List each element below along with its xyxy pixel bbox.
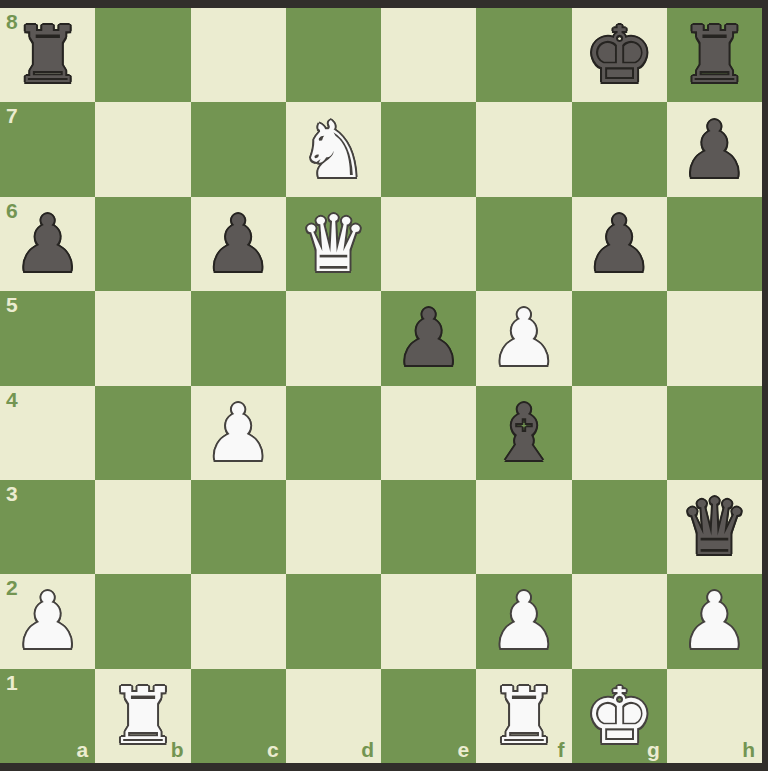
square-f1[interactable]: f♜ [476, 669, 571, 763]
square-d8[interactable] [286, 8, 381, 102]
white-rook[interactable]: ♜ [108, 677, 178, 755]
board-frame: 8♜♚♜7♞♟6♟♟♛♟5♟♟4♟♝3♛2♟♟♟1ab♜cdef♜g♚h [0, 0, 768, 771]
black-bishop[interactable]: ♝ [489, 394, 559, 472]
black-pawn[interactable]: ♟ [584, 205, 654, 283]
square-c8[interactable] [191, 8, 286, 102]
black-rook[interactable]: ♜ [13, 16, 83, 94]
square-g3[interactable] [572, 480, 667, 574]
rank-label-1: 1 [6, 672, 18, 693]
square-c2[interactable] [191, 574, 286, 668]
square-h3[interactable]: ♛ [667, 480, 762, 574]
black-king[interactable]: ♚ [584, 16, 654, 94]
square-e2[interactable] [381, 574, 476, 668]
square-g6[interactable]: ♟ [572, 197, 667, 291]
square-b1[interactable]: b♜ [95, 669, 190, 763]
file-label-c: c [267, 739, 279, 760]
rank-label-4: 4 [6, 389, 18, 410]
black-pawn[interactable]: ♟ [203, 205, 273, 283]
square-f7[interactable] [476, 102, 571, 196]
square-e4[interactable] [381, 386, 476, 480]
square-h4[interactable] [667, 386, 762, 480]
white-pawn[interactable]: ♟ [679, 582, 749, 660]
black-rook[interactable]: ♜ [679, 16, 749, 94]
file-label-h: h [742, 739, 755, 760]
square-h7[interactable]: ♟ [667, 102, 762, 196]
square-c5[interactable] [191, 291, 286, 385]
square-b4[interactable] [95, 386, 190, 480]
square-g2[interactable] [572, 574, 667, 668]
square-a3[interactable]: 3 [0, 480, 95, 574]
white-knight[interactable]: ♞ [298, 111, 368, 189]
square-c1[interactable]: c [191, 669, 286, 763]
black-pawn[interactable]: ♟ [13, 205, 83, 283]
square-d7[interactable]: ♞ [286, 102, 381, 196]
square-g8[interactable]: ♚ [572, 8, 667, 102]
square-a2[interactable]: 2♟ [0, 574, 95, 668]
rank-label-7: 7 [6, 105, 18, 126]
square-g5[interactable] [572, 291, 667, 385]
chess-board: 8♜♚♜7♞♟6♟♟♛♟5♟♟4♟♝3♛2♟♟♟1ab♜cdef♜g♚h [0, 8, 762, 763]
file-label-a: a [77, 739, 89, 760]
square-b6[interactable] [95, 197, 190, 291]
square-a8[interactable]: 8♜ [0, 8, 95, 102]
square-d6[interactable]: ♛ [286, 197, 381, 291]
square-e6[interactable] [381, 197, 476, 291]
square-e8[interactable] [381, 8, 476, 102]
white-rook[interactable]: ♜ [489, 677, 559, 755]
rank-label-5: 5 [6, 294, 18, 315]
square-a5[interactable]: 5 [0, 291, 95, 385]
square-b5[interactable] [95, 291, 190, 385]
white-queen[interactable]: ♛ [298, 205, 368, 283]
square-h1[interactable]: h [667, 669, 762, 763]
rank-label-3: 3 [6, 483, 18, 504]
white-pawn[interactable]: ♟ [203, 394, 273, 472]
square-d1[interactable]: d [286, 669, 381, 763]
square-g7[interactable] [572, 102, 667, 196]
black-pawn[interactable]: ♟ [394, 299, 464, 377]
square-h8[interactable]: ♜ [667, 8, 762, 102]
square-e1[interactable]: e [381, 669, 476, 763]
square-a4[interactable]: 4 [0, 386, 95, 480]
square-d4[interactable] [286, 386, 381, 480]
square-a7[interactable]: 7 [0, 102, 95, 196]
square-f8[interactable] [476, 8, 571, 102]
square-b3[interactable] [95, 480, 190, 574]
square-f2[interactable]: ♟ [476, 574, 571, 668]
file-label-e: e [458, 739, 470, 760]
square-g4[interactable] [572, 386, 667, 480]
square-f4[interactable]: ♝ [476, 386, 571, 480]
square-c7[interactable] [191, 102, 286, 196]
white-pawn[interactable]: ♟ [489, 299, 559, 377]
square-a1[interactable]: 1a [0, 669, 95, 763]
square-f6[interactable] [476, 197, 571, 291]
square-h2[interactable]: ♟ [667, 574, 762, 668]
square-d2[interactable] [286, 574, 381, 668]
square-e5[interactable]: ♟ [381, 291, 476, 385]
square-b7[interactable] [95, 102, 190, 196]
black-pawn[interactable]: ♟ [679, 111, 749, 189]
black-queen[interactable]: ♛ [679, 488, 749, 566]
square-d3[interactable] [286, 480, 381, 574]
square-h6[interactable] [667, 197, 762, 291]
square-f5[interactable]: ♟ [476, 291, 571, 385]
square-e7[interactable] [381, 102, 476, 196]
square-h5[interactable] [667, 291, 762, 385]
white-pawn[interactable]: ♟ [13, 582, 83, 660]
square-f3[interactable] [476, 480, 571, 574]
square-g1[interactable]: g♚ [572, 669, 667, 763]
square-c6[interactable]: ♟ [191, 197, 286, 291]
square-e3[interactable] [381, 480, 476, 574]
square-c3[interactable] [191, 480, 286, 574]
square-c4[interactable]: ♟ [191, 386, 286, 480]
square-a6[interactable]: 6♟ [0, 197, 95, 291]
white-king[interactable]: ♚ [584, 677, 654, 755]
square-b2[interactable] [95, 574, 190, 668]
white-pawn[interactable]: ♟ [489, 582, 559, 660]
square-b8[interactable] [95, 8, 190, 102]
square-d5[interactable] [286, 291, 381, 385]
file-label-d: d [361, 739, 374, 760]
